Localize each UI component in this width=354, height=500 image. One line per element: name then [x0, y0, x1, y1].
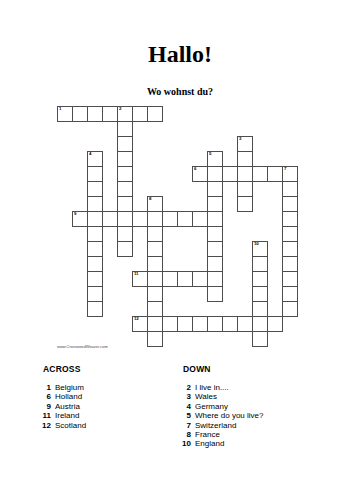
grid-number-11: 11 — [134, 272, 138, 276]
clue-text: Belgium — [55, 383, 84, 392]
grid-cell-r6c10[interactable] — [207, 196, 223, 212]
grid-cell-r10c15[interactable] — [282, 256, 298, 272]
grid-cell-r8c4[interactable] — [117, 226, 133, 242]
grid-cell-r11c15[interactable] — [282, 271, 298, 287]
grid-cell-r14c9[interactable] — [192, 316, 208, 332]
down-header: DOWN — [183, 364, 346, 374]
grid-cell-r4c12[interactable] — [237, 166, 253, 182]
grid-cell-r6c6[interactable]: 8 — [147, 196, 163, 212]
grid-cell-r0c3[interactable] — [102, 106, 118, 122]
grid-cell-r2c12[interactable]: 3 — [237, 136, 253, 152]
grid-cell-r14c8[interactable] — [177, 316, 193, 332]
grid-cell-r11c13[interactable] — [252, 271, 268, 287]
clue-across-9: 9Austria — [36, 402, 166, 411]
clue-down-2: 2I live in.... — [176, 383, 346, 392]
grid-cell-r10c10[interactable] — [207, 256, 223, 272]
grid-cell-r7c5[interactable] — [132, 211, 148, 227]
grid-cell-r3c10[interactable]: 5 — [207, 151, 223, 167]
grid-cell-r11c8[interactable] — [177, 271, 193, 287]
grid-number-1: 1 — [59, 107, 61, 111]
clue-text: France — [195, 430, 220, 439]
grid-cell-r9c2[interactable] — [87, 241, 103, 257]
grid-cell-r6c2[interactable] — [87, 196, 103, 212]
grid-cell-r6c12[interactable] — [237, 196, 253, 212]
clue-down-5: 5Where do you live? — [176, 411, 346, 420]
grid-cell-r8c10[interactable] — [207, 226, 223, 242]
clue-across-1: 1Belgium — [36, 383, 166, 392]
grid-cell-r15c13[interactable] — [252, 331, 268, 347]
clue-down-10: 10England — [176, 439, 346, 448]
clue-across-12: 12Scotland — [36, 421, 166, 430]
grid-cell-r0c1[interactable] — [72, 106, 88, 122]
grid-cell-r12c15[interactable] — [282, 286, 298, 302]
grid-cell-r6c15[interactable] — [282, 196, 298, 212]
grid-cell-r11c2[interactable] — [87, 271, 103, 287]
clue-across-6: 6Holland — [36, 392, 166, 401]
grid-cell-r15c6[interactable] — [147, 331, 163, 347]
grid-cell-r9c13[interactable]: 10 — [252, 241, 268, 257]
grid-cell-r7c4[interactable] — [117, 211, 133, 227]
grid-cell-r10c6[interactable] — [147, 256, 163, 272]
grid-cell-r9c10[interactable] — [207, 241, 223, 257]
clue-number: 5 — [176, 411, 191, 420]
grid-cell-r0c6[interactable] — [147, 106, 163, 122]
grid-cell-r4c4[interactable] — [117, 166, 133, 182]
page-subtitle: Wo wohnst du? — [3, 87, 354, 97]
grid-cell-r12c2[interactable] — [87, 286, 103, 302]
clue-text: Switzerland — [195, 421, 236, 430]
clue-text: Austria — [55, 402, 80, 411]
grid-cell-r8c15[interactable] — [282, 226, 298, 242]
clue-down-8: 8France — [176, 430, 346, 439]
grid-cell-r14c7[interactable] — [162, 316, 178, 332]
across-clue-list: 1Belgium6Holland9Austria11Ireland12Scotl… — [36, 383, 166, 430]
grid-cell-r10c13[interactable] — [252, 256, 268, 272]
clue-number: 9 — [36, 402, 51, 411]
grid-cell-r7c6[interactable] — [147, 211, 163, 227]
grid-cell-r5c10[interactable] — [207, 181, 223, 197]
clue-number: 6 — [36, 392, 51, 401]
grid-cell-r4c15[interactable]: 7 — [282, 166, 298, 182]
clue-down-7: 7Switzerland — [176, 421, 346, 430]
clue-number: 10 — [176, 439, 191, 448]
grid-cell-r14c6[interactable] — [147, 316, 163, 332]
grid-cell-r10c2[interactable] — [87, 256, 103, 272]
grid-cell-r7c3[interactable] — [102, 211, 118, 227]
across-clues-column: ACROSS 1Belgium6Holland9Austria11Ireland… — [36, 364, 166, 430]
grid-cell-r14c13[interactable] — [252, 316, 268, 332]
grid-cell-r12c13[interactable] — [252, 286, 268, 302]
grid-cell-r5c2[interactable] — [87, 181, 103, 197]
grid-cell-r11c10[interactable] — [207, 271, 223, 287]
grid-cell-r11c5[interactable]: 11 — [132, 271, 148, 287]
clue-number: 8 — [176, 430, 191, 439]
grid-cell-r4c11[interactable] — [222, 166, 238, 182]
grid-cell-r0c2[interactable] — [87, 106, 103, 122]
grid-number-5: 5 — [209, 152, 211, 156]
grid-cell-r11c6[interactable] — [147, 271, 163, 287]
grid-cell-r12c10[interactable] — [207, 286, 223, 302]
clue-number: 7 — [176, 421, 191, 430]
grid-cell-r0c4[interactable]: 2 — [117, 106, 133, 122]
grid-cell-r8c2[interactable] — [87, 226, 103, 242]
clue-number: 2 — [176, 383, 191, 392]
grid-number-12: 12 — [134, 317, 138, 321]
grid-cell-r7c15[interactable] — [282, 211, 298, 227]
down-clue-list: 2I live in....3Wales4Germany5Where do yo… — [176, 383, 346, 449]
grid-cell-r9c4[interactable] — [117, 241, 133, 257]
grid-cell-r14c12[interactable] — [237, 316, 253, 332]
grid-cell-r6c4[interactable] — [117, 196, 133, 212]
footer-url: www.CrosswordWeaver.com — [57, 344, 108, 349]
grid-cell-r5c12[interactable] — [237, 181, 253, 197]
grid-cell-r7c7[interactable] — [162, 211, 178, 227]
grid-cell-r14c14[interactable] — [267, 316, 283, 332]
clue-text: Germany — [195, 402, 228, 411]
clue-text: Ireland — [55, 411, 79, 420]
grid-number-4: 4 — [89, 152, 91, 156]
grid-cell-r14c11[interactable] — [222, 316, 238, 332]
grid-cell-r0c5[interactable] — [132, 106, 148, 122]
grid-cell-r13c15[interactable] — [282, 301, 298, 317]
grid-cell-r13c2[interactable] — [87, 301, 103, 317]
grid-cell-r7c8[interactable] — [177, 211, 193, 227]
clue-text: Holland — [55, 392, 82, 401]
grid-cell-r0c0[interactable]: 1 — [57, 106, 73, 122]
clue-number: 12 — [36, 421, 51, 430]
grid-cell-r4c14[interactable] — [267, 166, 283, 182]
grid-cell-r2c4[interactable] — [117, 136, 133, 152]
clue-number: 1 — [36, 383, 51, 392]
grid-cell-r4c9[interactable]: 6 — [192, 166, 208, 182]
grid-number-8: 8 — [149, 197, 151, 201]
clue-text: I live in.... — [195, 383, 229, 392]
grid-number-2: 2 — [119, 107, 121, 111]
grid-cell-r11c9[interactable] — [192, 271, 208, 287]
grid-cell-r5c15[interactable] — [282, 181, 298, 197]
crossword-grid: 123456789101112 — [57, 106, 299, 348]
grid-cell-r4c13[interactable] — [252, 166, 268, 182]
clue-down-3: 3Wales — [176, 392, 346, 401]
page-title: Hallo! — [3, 42, 354, 66]
grid-number-3: 3 — [239, 137, 241, 141]
across-header: ACROSS — [43, 364, 166, 374]
grid-cell-r1c4[interactable] — [117, 121, 133, 137]
clue-across-11: 11Ireland — [36, 411, 166, 420]
grid-number-10: 10 — [254, 242, 258, 246]
grid-cell-r13c6[interactable] — [147, 301, 163, 317]
clue-number: 11 — [36, 411, 51, 420]
grid-cell-r7c10[interactable] — [207, 211, 223, 227]
clue-down-4: 4Germany — [176, 402, 346, 411]
grid-cell-r4c2[interactable] — [87, 166, 103, 182]
grid-cell-r3c4[interactable] — [117, 151, 133, 167]
grid-cell-r11c7[interactable] — [162, 271, 178, 287]
grid-cell-r8c6[interactable] — [147, 226, 163, 242]
grid-cell-r12c6[interactable] — [147, 286, 163, 302]
crossword-sheet: Hallo! Wo wohnst du? 123456789101112 www… — [0, 0, 354, 500]
clue-text: Scotland — [55, 421, 86, 430]
grid-cell-r5c4[interactable] — [117, 181, 133, 197]
grid-number-7: 7 — [284, 167, 286, 171]
grid-cell-r3c2[interactable]: 4 — [87, 151, 103, 167]
grid-cell-r14c5[interactable]: 12 — [132, 316, 148, 332]
down-clues-column: DOWN 2I live in....3Wales4Germany5Where … — [176, 364, 346, 449]
grid-number-6: 6 — [194, 167, 196, 171]
clue-text: England — [195, 439, 224, 448]
grid-cell-r4c10[interactable] — [207, 166, 223, 182]
grid-cell-r14c10[interactable] — [207, 316, 223, 332]
grid-cell-r3c12[interactable] — [237, 151, 253, 167]
grid-cell-r13c13[interactable] — [252, 301, 268, 317]
grid-cell-r7c1[interactable]: 9 — [72, 211, 88, 227]
clue-text: Where do you live? — [195, 411, 263, 420]
grid-cell-r9c15[interactable] — [282, 241, 298, 257]
grid-cell-r7c9[interactable] — [192, 211, 208, 227]
grid-cell-r7c2[interactable] — [87, 211, 103, 227]
clue-number: 4 — [176, 402, 191, 411]
clue-text: Wales — [195, 392, 217, 401]
grid-cell-r9c6[interactable] — [147, 241, 163, 257]
grid-number-9: 9 — [74, 212, 76, 216]
clue-number: 3 — [176, 392, 191, 401]
